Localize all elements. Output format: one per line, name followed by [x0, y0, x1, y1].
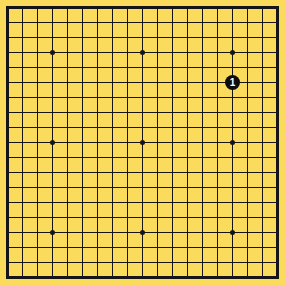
black-stone[interactable]: 1: [225, 75, 240, 90]
go-board-diagram: 1: [0, 0, 285, 285]
star-point: [140, 140, 145, 145]
star-point: [140, 50, 145, 55]
star-point: [50, 140, 55, 145]
star-point: [230, 140, 235, 145]
star-point: [230, 50, 235, 55]
star-point: [230, 230, 235, 235]
star-point: [50, 50, 55, 55]
move-number-label: 1: [230, 78, 236, 88]
stones-layer: 1: [0, 0, 285, 285]
star-point: [50, 230, 55, 235]
star-point: [140, 230, 145, 235]
